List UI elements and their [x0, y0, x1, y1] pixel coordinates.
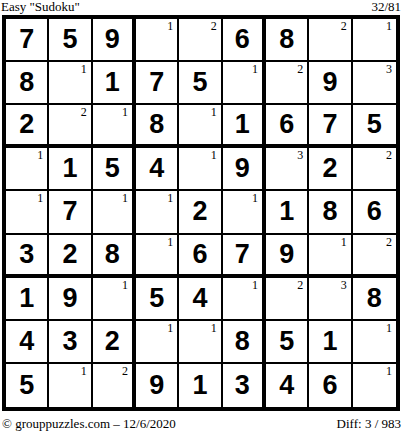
cell-r9c1[interactable]: 5 [6, 364, 49, 407]
cell-r1c7[interactable]: 8 [266, 19, 309, 62]
given-digit: 6 [353, 191, 396, 232]
cell-r2c4[interactable]: 7 [136, 62, 179, 105]
pencil-mark: 1 [386, 322, 392, 334]
given-digit: 5 [93, 148, 132, 189]
given-digit: 6 [309, 364, 350, 407]
given-digit: 1 [179, 364, 220, 407]
cell-r4c6[interactable]: 9 [223, 148, 266, 191]
given-digit: 8 [266, 19, 307, 60]
pencil-mark: 1 [386, 365, 392, 377]
cell-r1c1[interactable]: 7 [6, 19, 49, 62]
cell-r1c9[interactable]: 1 [353, 19, 396, 62]
footer: © grouppuzzles.com – 12/6/2020 Diff: 3 /… [2, 416, 401, 431]
cell-r3c2[interactable]: 2 [49, 105, 92, 148]
given-digit: 2 [6, 105, 47, 144]
pencil-mark: 2 [386, 149, 392, 161]
given-digit: 8 [309, 191, 350, 232]
cell-r5c8[interactable]: 8 [309, 191, 352, 234]
cell-r2c5[interactable]: 5 [179, 62, 222, 105]
cell-r2c8[interactable]: 9 [309, 62, 352, 105]
pencil-mark: 1 [211, 322, 217, 334]
cell-r5c4[interactable]: 1 [136, 191, 179, 234]
cell-r7c7[interactable]: 2 [266, 278, 309, 321]
cell-r1c3[interactable]: 9 [93, 19, 136, 62]
pencil-mark: 1 [81, 63, 87, 75]
given-digit: 5 [6, 364, 47, 407]
cell-r6c7[interactable]: 9 [266, 235, 309, 278]
cell-r4c9[interactable]: 2 [353, 148, 396, 191]
pencil-mark: 2 [122, 365, 128, 377]
cell-r8c6[interactable]: 8 [223, 321, 266, 364]
given-digit: 3 [223, 364, 262, 407]
cell-r1c8[interactable]: 2 [309, 19, 352, 62]
given-digit: 5 [136, 278, 177, 319]
difficulty-text: Diff: 3 / 983 [337, 416, 401, 431]
given-digit: 7 [223, 235, 262, 274]
copyright-text: © grouppuzzles.com – 12/6/2020 [2, 416, 176, 431]
cell-r3c3[interactable]: 1 [93, 105, 136, 148]
given-digit: 5 [353, 105, 396, 144]
cell-r9c3[interactable]: 2 [93, 364, 136, 407]
cell-r8c2[interactable]: 3 [49, 321, 92, 364]
cell-r6c2[interactable]: 2 [49, 235, 92, 278]
cell-r5c5[interactable]: 2 [179, 191, 222, 234]
pencil-mark: 1 [252, 192, 258, 204]
cell-r9c7[interactable]: 4 [266, 364, 309, 407]
pencil-mark: 2 [297, 63, 303, 75]
cell-r9c5[interactable]: 1 [179, 364, 222, 407]
pencil-mark: 1 [341, 236, 347, 248]
cell-r8c5[interactable]: 1 [179, 321, 222, 364]
cell-r2c9[interactable]: 3 [353, 62, 396, 105]
given-digit: 5 [266, 321, 307, 362]
given-digit: 1 [223, 105, 262, 144]
cell-r3c1[interactable]: 2 [6, 105, 49, 148]
cell-r3c9[interactable]: 5 [353, 105, 396, 148]
given-digit: 2 [179, 191, 220, 232]
pencil-mark: 1 [252, 279, 258, 291]
cell-r4c2[interactable]: 1 [49, 148, 92, 191]
pencil-mark: 2 [386, 236, 392, 248]
given-digit: 2 [49, 235, 90, 274]
given-digit: 1 [93, 62, 132, 103]
cell-r8c8[interactable]: 1 [309, 321, 352, 364]
cell-r3c5[interactable]: 1 [179, 105, 222, 148]
cell-r1c4[interactable]: 1 [136, 19, 179, 62]
pencil-mark: 3 [297, 149, 303, 161]
cell-r7c8[interactable]: 3 [309, 278, 352, 321]
cell-r7c3[interactable]: 1 [93, 278, 136, 321]
given-digit: 1 [6, 278, 47, 319]
puzzle-title: Easy "Sudoku" [1, 0, 80, 14]
cell-r8c9[interactable]: 1 [353, 321, 396, 364]
cell-r1c6[interactable]: 6 [223, 19, 266, 62]
cell-r7c1[interactable]: 1 [6, 278, 49, 321]
given-digit: 9 [309, 62, 350, 103]
pencil-mark: 1 [211, 106, 217, 118]
pencil-mark: 1 [167, 322, 173, 334]
cells-remaining-counter: 32/81 [371, 0, 401, 14]
cell-r9c2[interactable]: 1 [49, 364, 92, 407]
cell-r7c6[interactable]: 1 [223, 278, 266, 321]
pencil-mark: 1 [211, 149, 217, 161]
cell-r7c2[interactable]: 9 [49, 278, 92, 321]
pencil-mark: 1 [37, 149, 43, 161]
pencil-mark: 2 [81, 106, 87, 118]
cell-r9c9[interactable]: 1 [353, 364, 396, 407]
cell-r3c8[interactable]: 7 [309, 105, 352, 148]
cell-r2c3[interactable]: 1 [93, 62, 136, 105]
given-digit: 6 [179, 235, 220, 274]
cell-r6c6[interactable]: 7 [223, 235, 266, 278]
cell-r8c1[interactable]: 4 [6, 321, 49, 364]
cell-r7c9[interactable]: 8 [353, 278, 396, 321]
cell-r4c5[interactable]: 1 [179, 148, 222, 191]
cell-r5c6[interactable]: 1 [223, 191, 266, 234]
cell-r5c7[interactable]: 1 [266, 191, 309, 234]
given-digit: 1 [266, 191, 307, 232]
given-digit: 4 [266, 364, 307, 407]
given-digit: 8 [136, 105, 177, 144]
given-digit: 3 [49, 321, 90, 362]
pencil-mark: 1 [386, 20, 392, 32]
cell-r2c7[interactable]: 2 [266, 62, 309, 105]
given-digit: 1 [309, 321, 350, 362]
pencil-mark: 3 [341, 279, 347, 291]
cell-r2c6[interactable]: 1 [223, 62, 266, 105]
cell-r6c5[interactable]: 6 [179, 235, 222, 278]
cell-r5c1[interactable]: 1 [6, 191, 49, 234]
cell-r5c9[interactable]: 6 [353, 191, 396, 234]
cell-r6c4[interactable]: 1 [136, 235, 179, 278]
cell-r9c6[interactable]: 3 [223, 364, 266, 407]
given-digit: 2 [93, 321, 132, 362]
cell-r4c7[interactable]: 3 [266, 148, 309, 191]
header: Easy "Sudoku" 32/81 [1, 0, 401, 15]
pencil-mark: 1 [81, 365, 87, 377]
cell-r4c8[interactable]: 2 [309, 148, 352, 191]
cell-r7c4[interactable]: 5 [136, 278, 179, 321]
cell-r3c4[interactable]: 8 [136, 105, 179, 148]
pencil-mark: 1 [37, 192, 43, 204]
given-digit: 8 [93, 235, 132, 274]
given-digit: 5 [179, 62, 220, 103]
cell-r2c2[interactable]: 1 [49, 62, 92, 105]
cell-r6c1[interactable]: 3 [6, 235, 49, 278]
pencil-mark: 3 [386, 63, 392, 75]
given-digit: 8 [353, 278, 396, 319]
cell-r5c2[interactable]: 7 [49, 191, 92, 234]
cell-r2c1[interactable]: 8 [6, 62, 49, 105]
pencil-mark: 1 [167, 236, 173, 248]
given-digit: 2 [309, 148, 350, 189]
cell-r1c2[interactable]: 5 [49, 19, 92, 62]
given-digit: 5 [49, 19, 90, 60]
given-digit: 7 [136, 62, 177, 103]
given-digit: 7 [309, 105, 350, 144]
given-digit: 6 [266, 105, 307, 144]
cell-r6c3[interactable]: 8 [93, 235, 136, 278]
pencil-mark: 1 [122, 192, 128, 204]
cell-r7c5[interactable]: 4 [179, 278, 222, 321]
cell-r6c9[interactable]: 2 [353, 235, 396, 278]
cell-r4c4[interactable]: 4 [136, 148, 179, 191]
cell-r3c7[interactable]: 6 [266, 105, 309, 148]
cell-r4c1[interactable]: 1 [6, 148, 49, 191]
pencil-mark: 1 [167, 192, 173, 204]
given-digit: 4 [6, 321, 47, 362]
pencil-mark: 1 [122, 279, 128, 291]
given-digit: 6 [223, 19, 262, 60]
cell-r3c6[interactable]: 1 [223, 105, 266, 148]
given-digit: 9 [223, 148, 262, 189]
given-digit: 9 [136, 364, 177, 407]
cell-r4c3[interactable]: 5 [93, 148, 136, 191]
cell-r5c3[interactable]: 1 [93, 191, 136, 234]
given-digit: 9 [93, 19, 132, 60]
pencil-mark: 2 [211, 20, 217, 32]
given-digit: 9 [49, 278, 90, 319]
cell-r8c7[interactable]: 5 [266, 321, 309, 364]
cell-r9c4[interactable]: 9 [136, 364, 179, 407]
pencil-mark: 1 [122, 106, 128, 118]
given-digit: 4 [136, 148, 177, 189]
given-digit: 9 [266, 235, 307, 274]
cell-r8c3[interactable]: 2 [93, 321, 136, 364]
given-digit: 1 [49, 148, 90, 189]
sudoku-page: Easy "Sudoku" 32/81 75912682181175129322… [0, 0, 402, 437]
pencil-mark: 2 [297, 279, 303, 291]
given-digit: 7 [6, 19, 47, 60]
given-digit: 7 [49, 191, 90, 232]
given-digit: 8 [6, 62, 47, 103]
pencil-mark: 1 [252, 63, 258, 75]
pencil-mark: 2 [341, 20, 347, 32]
cell-r1c5[interactable]: 2 [179, 19, 222, 62]
cell-r8c4[interactable]: 1 [136, 321, 179, 364]
given-digit: 8 [223, 321, 262, 362]
cell-r6c8[interactable]: 1 [309, 235, 352, 278]
given-digit: 3 [6, 235, 47, 274]
cell-r9c8[interactable]: 6 [309, 364, 352, 407]
given-digit: 4 [179, 278, 220, 319]
pencil-mark: 1 [167, 20, 173, 32]
sudoku-board: 7591268218117512932218116751154193221711… [2, 15, 400, 411]
